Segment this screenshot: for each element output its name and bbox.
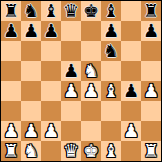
square-f2[interactable] xyxy=(101,121,121,141)
white-knight-piece[interactable]: ♞ xyxy=(23,141,39,161)
square-c2[interactable]: ♟ xyxy=(41,121,61,141)
square-b7[interactable]: ♟ xyxy=(21,21,41,41)
square-c4[interactable] xyxy=(41,81,61,101)
white-bishop-piece[interactable]: ♝ xyxy=(103,141,119,161)
white-pawn-piece[interactable]: ♟ xyxy=(43,121,59,141)
black-pawn-piece[interactable]: ♟ xyxy=(63,61,79,81)
square-h7[interactable]: ♟ xyxy=(141,21,161,41)
black-rook-piece[interactable]: ♜ xyxy=(143,1,159,21)
black-king-piece[interactable]: ♚ xyxy=(83,1,99,21)
square-f6[interactable]: ♞ xyxy=(101,41,121,61)
black-queen-piece[interactable]: ♛ xyxy=(63,1,79,21)
black-bishop-piece[interactable]: ♝ xyxy=(103,1,119,21)
square-h8[interactable]: ♜ xyxy=(141,1,161,21)
square-e6[interactable] xyxy=(81,41,101,61)
square-f7[interactable]: ♟ xyxy=(101,21,121,41)
white-pawn-piece[interactable]: ♟ xyxy=(3,121,19,141)
white-bishop-piece[interactable]: ♝ xyxy=(103,81,119,101)
square-a4[interactable] xyxy=(1,81,21,101)
square-c8[interactable]: ♝ xyxy=(41,1,61,21)
square-a6[interactable] xyxy=(1,41,21,61)
black-pawn-piece[interactable]: ♟ xyxy=(143,21,159,41)
white-pawn-piece[interactable]: ♟ xyxy=(63,81,79,101)
black-rook-piece[interactable]: ♜ xyxy=(3,1,19,21)
square-c3[interactable] xyxy=(41,101,61,121)
square-a8[interactable]: ♜ xyxy=(1,1,21,21)
white-rook-piece[interactable]: ♜ xyxy=(3,141,19,161)
square-f3[interactable] xyxy=(101,101,121,121)
white-king-piece[interactable]: ♚ xyxy=(83,141,99,161)
square-d8[interactable]: ♛ xyxy=(61,1,81,21)
square-c1[interactable] xyxy=(41,141,61,161)
square-a5[interactable] xyxy=(1,61,21,81)
white-rook-piece[interactable]: ♜ xyxy=(143,141,159,161)
square-a1[interactable]: ♜ xyxy=(1,141,21,161)
square-e4[interactable]: ♟ xyxy=(81,81,101,101)
black-knight-piece[interactable]: ♞ xyxy=(103,41,119,61)
square-b3[interactable] xyxy=(21,101,41,121)
square-a2[interactable]: ♟ xyxy=(1,121,21,141)
square-h6[interactable] xyxy=(141,41,161,61)
white-pawn-piece[interactable]: ♟ xyxy=(123,121,139,141)
square-b1[interactable]: ♞ xyxy=(21,141,41,161)
square-a7[interactable]: ♟ xyxy=(1,21,21,41)
white-knight-piece[interactable]: ♞ xyxy=(83,61,99,81)
square-d4[interactable]: ♟ xyxy=(61,81,81,101)
square-d1[interactable]: ♛ xyxy=(61,141,81,161)
square-e2[interactable] xyxy=(81,121,101,141)
square-b8[interactable]: ♞ xyxy=(21,1,41,21)
square-g7[interactable] xyxy=(121,21,141,41)
square-f8[interactable]: ♝ xyxy=(101,1,121,21)
square-b4[interactable] xyxy=(21,81,41,101)
square-c6[interactable] xyxy=(41,41,61,61)
square-g4[interactable]: ♟ xyxy=(121,81,141,101)
square-b6[interactable] xyxy=(21,41,41,61)
white-pawn-piece[interactable]: ♟ xyxy=(143,81,159,101)
square-f5[interactable] xyxy=(101,61,121,81)
square-b5[interactable] xyxy=(21,61,41,81)
square-d2[interactable] xyxy=(61,121,81,141)
white-pawn-piece[interactable]: ♟ xyxy=(23,121,39,141)
square-f1[interactable]: ♝ xyxy=(101,141,121,161)
black-pawn-piece[interactable]: ♟ xyxy=(103,21,119,41)
square-b2[interactable]: ♟ xyxy=(21,121,41,141)
black-knight-piece[interactable]: ♞ xyxy=(23,1,39,21)
black-pawn-piece[interactable]: ♟ xyxy=(23,21,39,41)
square-h2[interactable] xyxy=(141,121,161,141)
square-e3[interactable] xyxy=(81,101,101,121)
square-d3[interactable] xyxy=(61,101,81,121)
white-pawn-piece[interactable]: ♟ xyxy=(83,81,99,101)
square-g8[interactable] xyxy=(121,1,141,21)
square-d5[interactable]: ♟ xyxy=(61,61,81,81)
black-pawn-piece[interactable]: ♟ xyxy=(3,21,19,41)
square-e5[interactable]: ♞ xyxy=(81,61,101,81)
square-e7[interactable] xyxy=(81,21,101,41)
square-g1[interactable] xyxy=(121,141,141,161)
square-e8[interactable]: ♚ xyxy=(81,1,101,21)
black-pawn-piece[interactable]: ♟ xyxy=(43,21,59,41)
square-h4[interactable]: ♟ xyxy=(141,81,161,101)
black-bishop-piece[interactable]: ♝ xyxy=(43,1,59,21)
square-h1[interactable]: ♜ xyxy=(141,141,161,161)
square-c5[interactable] xyxy=(41,61,61,81)
square-h3[interactable] xyxy=(141,101,161,121)
chess-board: ♜♞♝♛♚♝♜♟♟♟♟♟♞♟♞♟♟♝♟♟♟♟♟♟♜♞♛♚♝♜ xyxy=(0,0,162,162)
square-d6[interactable] xyxy=(61,41,81,61)
square-f4[interactable]: ♝ xyxy=(101,81,121,101)
square-g5[interactable] xyxy=(121,61,141,81)
black-pawn-piece[interactable]: ♟ xyxy=(123,81,139,101)
square-c7[interactable]: ♟ xyxy=(41,21,61,41)
square-g3[interactable] xyxy=(121,101,141,121)
white-queen-piece[interactable]: ♛ xyxy=(63,141,79,161)
square-e1[interactable]: ♚ xyxy=(81,141,101,161)
square-h5[interactable] xyxy=(141,61,161,81)
square-g6[interactable] xyxy=(121,41,141,61)
square-g2[interactable]: ♟ xyxy=(121,121,141,141)
square-d7[interactable] xyxy=(61,21,81,41)
square-a3[interactable] xyxy=(1,101,21,121)
